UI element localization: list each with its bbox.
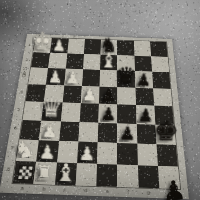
- white-bishop[interactable]: ♝: [54, 160, 77, 185]
- square-h2[interactable]: [151, 56, 169, 72]
- square-e7[interactable]: [97, 142, 117, 164]
- square-e6[interactable]: [98, 122, 118, 143]
- square-f3[interactable]: ♛: [117, 70, 135, 87]
- rank-label: 3: [23, 74, 26, 77]
- board-perspective: CHESS 12345678 ♚♟♞♝♟♟♛♟♟♟♛♟♟♟♟♚♞♟♟♜♝ abc…: [0, 34, 189, 199]
- file-label: g: [147, 191, 150, 195]
- square-d6[interactable]: [78, 122, 98, 142]
- chessboard: CHESS 12345678 ♚♟♞♝♟♟♛♟♟♟♛♟♟♟♟♚♞♟♟♜♝ abc…: [0, 0, 197, 199]
- black-king[interactable]: ♚: [153, 117, 179, 145]
- square-g4[interactable]: [135, 88, 154, 106]
- square-e8[interactable]: [96, 163, 117, 186]
- square-e4[interactable]: ♟: [99, 86, 117, 104]
- white-queen[interactable]: ♛: [40, 96, 63, 122]
- square-b1[interactable]: ♟: [50, 38, 68, 53]
- square-c6[interactable]: [59, 121, 80, 141]
- square-b8[interactable]: ♜: [34, 161, 57, 184]
- square-a1[interactable]: ♚: [33, 37, 52, 52]
- board-border: CHESS 12345678 ♚♟♞♝♟♟♛♟♟♟♛♟♟♟♟♚♞♟♟♜♝ abc…: [0, 34, 189, 199]
- white-rook[interactable]: ♜: [35, 162, 55, 184]
- black-queen[interactable]: ♛: [116, 64, 138, 88]
- rank-label: 5: [17, 108, 20, 111]
- square-g7[interactable]: [137, 144, 158, 166]
- file-label: b: [42, 187, 46, 191]
- black-pawn[interactable]: ♟: [119, 124, 136, 143]
- square-h3[interactable]: [152, 72, 171, 89]
- square-f7[interactable]: [117, 143, 137, 165]
- square-b6[interactable]: ♟: [39, 120, 60, 140]
- square-a8[interactable]: [13, 161, 37, 184]
- square-d2[interactable]: [83, 54, 101, 70]
- file-label: d: [85, 189, 88, 193]
- square-b5[interactable]: ♛: [42, 102, 63, 121]
- square-c5[interactable]: [61, 103, 81, 122]
- square-g1[interactable]: [134, 41, 151, 56]
- white-king[interactable]: ♚: [32, 29, 54, 53]
- white-pawn[interactable]: ♟: [38, 142, 56, 162]
- white-pawn[interactable]: ♟: [52, 37, 67, 53]
- white-pawn[interactable]: ♟: [48, 68, 64, 85]
- square-d7[interactable]: ♟: [77, 142, 98, 164]
- rank-label: 8: [7, 168, 11, 172]
- black-pawn[interactable]: ♟: [100, 87, 116, 105]
- black-pawn[interactable]: ♟: [137, 106, 154, 124]
- square-f6[interactable]: ♟: [117, 123, 137, 144]
- square-g3[interactable]: ♟: [135, 71, 153, 88]
- rank-label: 4: [20, 91, 23, 94]
- file-label: f: [127, 190, 129, 194]
- square-g5[interactable]: ♟: [136, 105, 155, 124]
- square-h4[interactable]: [153, 88, 172, 106]
- white-pawn[interactable]: ♟: [41, 122, 58, 141]
- board-corner-logo: [17, 165, 34, 180]
- square-c1[interactable]: [67, 39, 85, 54]
- square-e5[interactable]: ♟: [98, 104, 117, 123]
- square-a7[interactable]: ♞: [16, 139, 39, 161]
- rank-label: 6: [14, 127, 17, 131]
- white-pawn[interactable]: ♟: [82, 86, 98, 104]
- square-f1[interactable]: [117, 40, 134, 55]
- file-label: c: [64, 188, 67, 192]
- square-d5[interactable]: [79, 103, 99, 122]
- white-knight[interactable]: ♞: [12, 135, 38, 163]
- white-pawn[interactable]: ♟: [79, 143, 97, 163]
- square-c8[interactable]: ♝: [54, 162, 76, 185]
- square-h6[interactable]: ♚: [155, 124, 176, 145]
- captured-piece-offboard[interactable]: ♟: [161, 176, 187, 200]
- square-a2[interactable]: [31, 52, 50, 68]
- black-pawn[interactable]: ♟: [136, 71, 152, 88]
- square-g8[interactable]: [137, 165, 159, 188]
- square-c3[interactable]: ♟: [64, 69, 83, 86]
- black-pawn[interactable]: ♟: [100, 105, 117, 123]
- square-d4[interactable]: ♟: [81, 86, 100, 104]
- square-f5[interactable]: [117, 104, 136, 123]
- square-e2[interactable]: ♝: [100, 54, 117, 70]
- board-grid: ♚♟♞♝♟♟♛♟♟♟♛♟♟♟♟♚♞♟♟♜♝: [13, 37, 180, 189]
- square-c4[interactable]: [62, 85, 81, 103]
- file-label: e: [106, 190, 109, 194]
- square-d8[interactable]: [75, 163, 97, 186]
- square-b3[interactable]: ♟: [46, 68, 65, 85]
- white-pawn[interactable]: ♟: [65, 68, 81, 85]
- file-label: a: [21, 187, 25, 191]
- rank-label: 2: [26, 59, 29, 62]
- square-h7[interactable]: [156, 144, 178, 166]
- square-f4[interactable]: [117, 87, 135, 105]
- square-f8[interactable]: [117, 164, 138, 187]
- chessboard-photo: CHESS 12345678 ♚♟♞♝♟♟♛♟♟♟♛♟♟♟♟♚♞♟♟♜♝ abc…: [0, 0, 200, 200]
- square-a3[interactable]: [28, 67, 48, 84]
- square-d1[interactable]: [84, 39, 101, 54]
- square-h1[interactable]: [150, 41, 168, 56]
